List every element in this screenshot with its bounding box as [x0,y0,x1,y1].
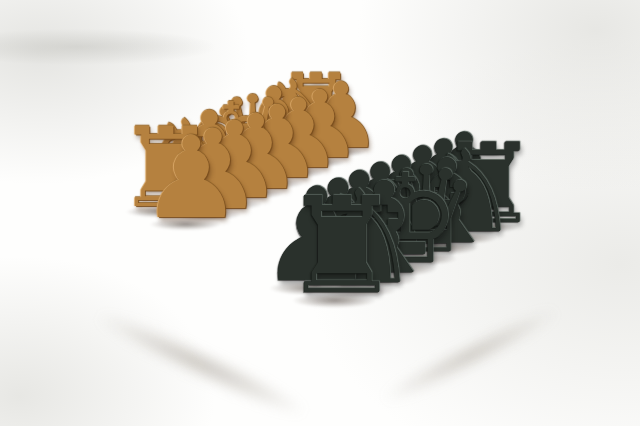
square-f2 [211,184,258,206]
piece-black-rook-a8: ♜ [439,128,538,238]
square-b1 [272,131,318,153]
square-b4 [347,168,393,190]
square-c4 [325,178,371,200]
square-a1 [293,121,339,143]
square-c3 [301,166,347,188]
square-e5 [308,211,354,233]
square-b8 [445,218,490,240]
square-h3 [193,216,240,239]
square-e7 [357,235,403,257]
square-b2 [297,144,343,166]
piece-black-king-e8: ♚ [350,158,460,281]
square-g2 [190,194,237,217]
square-b6 [396,193,442,215]
brass-latch [199,280,216,313]
piece-white-pawn-e2: ♟ [210,100,302,203]
square-d4 [304,188,350,210]
square-f5 [286,221,332,243]
square-g4 [240,218,286,240]
piece-white-rook-h1: ♜ [117,112,216,222]
square-f4 [261,208,307,230]
piece-white-pawn-d2: ♟ [233,93,323,193]
piece-white-queen-d1: ♛ [209,84,295,180]
square-a3 [343,146,389,168]
square-d5 [329,201,375,223]
square-e3 [258,186,304,208]
square-a8 [466,208,511,230]
square-e6 [333,223,379,245]
piece-white-bishop-f1: ♝ [163,98,255,201]
square-c8 [424,228,469,250]
wooden-frame [55,80,594,342]
piece-black-pawn-a7: ♟ [417,120,512,226]
square-h8 [318,278,364,300]
piece-black-bishop-c8: ♝ [395,144,499,260]
square-h6 [269,253,315,275]
square-h2 [168,204,215,227]
square-d3 [279,176,325,198]
square-c7 [400,215,446,237]
chess-set-product-photo: ♜♟♞♟♝♟♛♟♚♟♝♟♟♞♜♟♟♜♞♟♟♝♟♛♟♚♟♟♝♞♟♜ [0,0,640,426]
piece-white-knight-b1: ♞ [255,69,336,159]
square-h1 [143,191,190,214]
square-d8 [403,238,449,260]
piece-white-pawn-a2: ♟ [301,71,382,161]
piece-black-bishop-f8: ♝ [327,166,440,292]
square-g6 [290,243,336,265]
square-f8 [361,258,407,280]
ground-shadow-left [53,288,347,426]
square-f7 [336,245,382,267]
piece-white-pawn-h2: ♟ [141,122,242,235]
square-a2 [318,134,364,156]
piece-black-knight-g8: ♞ [305,173,421,302]
piece-white-rook-a1: ♜ [278,62,355,148]
square-b5 [371,181,417,203]
piece-white-knight-g1: ♞ [140,106,235,212]
piece-black-queen-d8: ♛ [373,151,480,270]
piece-black-pawn-e7: ♟ [327,149,434,268]
square-d2 [254,164,300,186]
square-c5 [350,191,396,213]
square-g8 [340,268,386,290]
square-c1 [251,141,297,163]
square-a7 [441,195,486,217]
piece-black-knight-b8: ♞ [417,136,518,249]
square-f6 [311,233,357,255]
piece-black-pawn-d7: ♟ [349,141,453,257]
square-g7 [315,256,361,278]
marble-border [101,102,550,320]
piece-black-pawn-c7: ♟ [372,134,473,247]
square-h7 [294,266,340,288]
square-a6 [417,183,462,205]
square-a4 [368,159,414,181]
piece-white-pawn-f2: ♟ [187,108,282,214]
square-g1 [164,181,211,204]
piece-white-pawn-b2: ♟ [278,79,361,172]
square-h4 [218,229,265,252]
square-c6 [375,203,421,225]
piece-white-bishop-c1: ♝ [232,76,315,169]
square-h5 [244,241,290,264]
square-f1 [186,171,233,194]
square-b7 [420,205,465,227]
chess-board [143,121,511,300]
piece-black-rook-h8: ♜ [282,180,401,313]
piece-white-king-e1: ♚ [186,90,276,190]
piece-black-pawn-g7: ♟ [281,163,394,289]
square-d7 [378,225,424,247]
square-g5 [265,231,311,253]
board-top-face [55,80,594,342]
square-e4 [283,198,329,220]
square-d1 [229,151,275,173]
piece-black-pawn-b7: ♟ [394,126,493,236]
square-e1 [208,161,255,183]
piece-black-pawn-f7: ♟ [304,156,414,279]
chess-pieces-layer: ♜♟♞♟♝♟♛♟♚♟♝♟♟♞♜♟♟♜♞♟♟♝♟♛♟♚♟♟♝♞♟♜ [0,0,640,426]
square-c2 [276,154,322,176]
piece-white-pawn-c2: ♟ [256,86,342,182]
square-e8 [382,248,428,270]
ground-shadow-right [348,286,595,426]
square-b3 [322,156,368,178]
square-e2 [233,174,279,196]
square-f3 [236,196,282,218]
piece-black-pawn-h7: ♟ [259,171,375,300]
piece-white-pawn-g2: ♟ [164,115,263,225]
square-g3 [215,206,262,229]
square-d6 [354,213,400,235]
square-a5 [392,171,438,193]
